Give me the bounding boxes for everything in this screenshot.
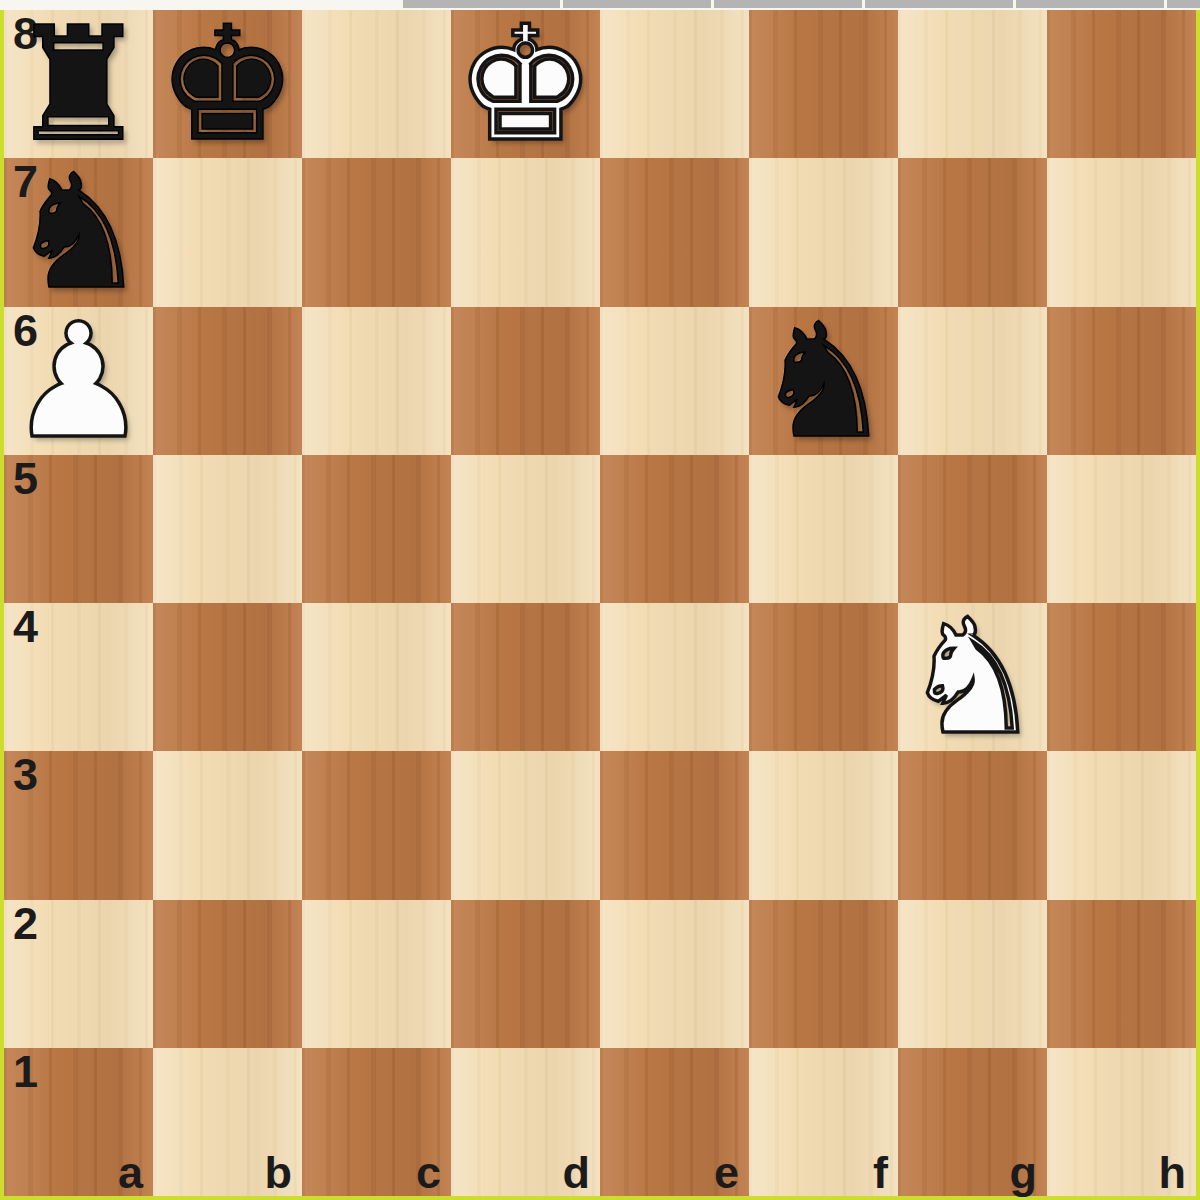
square-a8[interactable]: 8♜ [4,10,153,158]
square-f7[interactable] [749,158,898,306]
browser-tab-6[interactable] [1167,0,1200,8]
square-a6[interactable]: 6♟ [4,307,153,455]
square-d5[interactable] [451,455,600,603]
square-c2[interactable] [302,900,451,1048]
square-h2[interactable] [1047,900,1196,1048]
piece-black-knight-a7[interactable]: ♞ [4,158,153,306]
square-e7[interactable] [600,158,749,306]
file-label-a: a [118,1150,143,1195]
square-e3[interactable] [600,751,749,899]
square-e2[interactable] [600,900,749,1048]
square-c7[interactable] [302,158,451,306]
square-f1[interactable]: f [749,1048,898,1196]
square-e4[interactable] [600,603,749,751]
file-label-d: d [563,1150,591,1195]
square-h7[interactable] [1047,158,1196,306]
square-a4[interactable]: 4 [4,603,153,751]
square-a2[interactable]: 2 [4,900,153,1048]
square-g5[interactable] [898,455,1047,603]
file-label-c: c [416,1150,441,1195]
square-e5[interactable] [600,455,749,603]
square-b1[interactable]: b [153,1048,302,1196]
square-g8[interactable] [898,10,1047,158]
square-c8[interactable] [302,10,451,158]
piece-black-knight-f6[interactable]: ♞ [749,307,898,455]
square-f5[interactable] [749,455,898,603]
piece-black-king-b8[interactable]: ♚ [153,10,302,158]
square-f6[interactable]: ♞ [749,307,898,455]
rank-label-1: 1 [13,1049,38,1094]
square-g6[interactable] [898,307,1047,455]
rank-label-2: 2 [13,901,38,946]
square-g3[interactable] [898,751,1047,899]
square-g2[interactable] [898,900,1047,1048]
square-b5[interactable] [153,455,302,603]
square-d6[interactable] [451,307,600,455]
square-e6[interactable] [600,307,749,455]
square-a3[interactable]: 3 [4,751,153,899]
square-d1[interactable]: d [451,1048,600,1196]
square-h6[interactable] [1047,307,1196,455]
file-label-e: e [714,1150,739,1195]
file-label-h: h [1159,1150,1187,1195]
rank-label-4: 4 [13,604,38,649]
square-b4[interactable] [153,603,302,751]
square-a7[interactable]: 7♞ [4,158,153,306]
square-b6[interactable] [153,307,302,455]
browser-tab-4[interactable] [865,0,1013,8]
piece-black-rook-a8[interactable]: ♜ [4,10,153,158]
file-label-b: b [265,1150,293,1195]
board-frame: 8♜♚♚7♞6♟♞54♞321abcdefgh [0,10,1200,1200]
square-c6[interactable] [302,307,451,455]
browser-tab-3[interactable] [714,0,862,8]
square-h1[interactable]: h [1047,1048,1196,1196]
square-h5[interactable] [1047,455,1196,603]
square-d4[interactable] [451,603,600,751]
square-d7[interactable] [451,158,600,306]
piece-white-king-d8[interactable]: ♚ [451,10,600,158]
square-c4[interactable] [302,603,451,751]
square-a1[interactable]: 1a [4,1048,153,1196]
square-c5[interactable] [302,455,451,603]
square-g7[interactable] [898,158,1047,306]
square-h8[interactable] [1047,10,1196,158]
square-d8[interactable]: ♚ [451,10,600,158]
square-f8[interactable] [749,10,898,158]
square-h3[interactable] [1047,751,1196,899]
square-d3[interactable] [451,751,600,899]
square-b3[interactable] [153,751,302,899]
square-c3[interactable] [302,751,451,899]
square-f3[interactable] [749,751,898,899]
square-d2[interactable] [451,900,600,1048]
file-label-f: f [873,1150,888,1195]
piece-white-knight-g4[interactable]: ♞ [898,603,1047,751]
square-c1[interactable]: c [302,1048,451,1196]
square-b2[interactable] [153,900,302,1048]
piece-white-pawn-a6[interactable]: ♟ [4,307,153,455]
rank-label-5: 5 [13,456,38,501]
square-f4[interactable] [749,603,898,751]
square-g1[interactable]: g [898,1048,1047,1196]
square-b7[interactable] [153,158,302,306]
square-h4[interactable] [1047,603,1196,751]
browser-tab-5[interactable] [1016,0,1164,8]
rank-label-3: 3 [13,752,38,797]
chess-board: 8♜♚♚7♞6♟♞54♞321abcdefgh [4,10,1196,1196]
file-label-g: g [1010,1150,1038,1195]
square-b8[interactable]: ♚ [153,10,302,158]
square-e1[interactable]: e [600,1048,749,1196]
square-f2[interactable] [749,900,898,1048]
square-a5[interactable]: 5 [4,455,153,603]
square-e8[interactable] [600,10,749,158]
square-g4[interactable]: ♞ [898,603,1047,751]
